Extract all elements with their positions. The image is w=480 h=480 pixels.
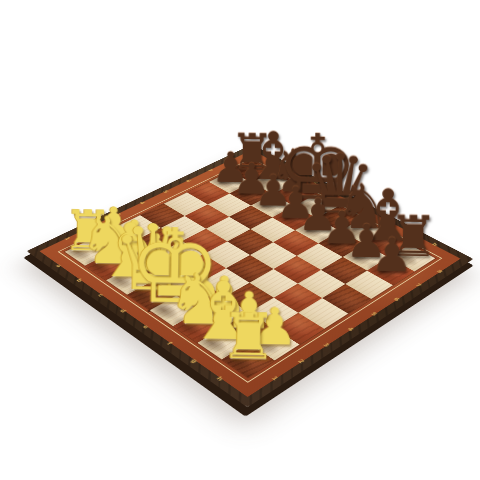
piece-white-rook-h1: ♜ (169, 303, 328, 369)
board-frame: abcdefgh abcdefgh 87654321 87654321 ♜♝♞♚… (27, 144, 474, 407)
chess-set-photo: abcdefgh abcdefgh 87654321 87654321 ♜♝♞♚… (0, 0, 480, 480)
chess-board: abcdefgh abcdefgh 87654321 87654321 ♜♝♞♚… (27, 144, 474, 407)
chess-board-grid: ♜♝♞♚♛♞♝♜♟♟♟♟♟♟♟♟♟♟♟♟♟♟♟♟♜♞♝♛♚♞♝♜ (63, 161, 436, 379)
